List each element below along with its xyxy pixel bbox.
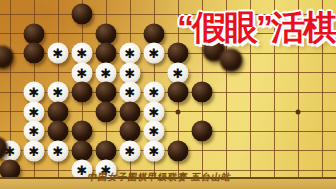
black-stone-H5[interactable] — [168, 82, 189, 103]
star-mark-icon: ✱ — [149, 47, 160, 60]
white-stone-D4[interactable]: ✱ — [72, 62, 93, 83]
white-stone-C5[interactable]: ✱ — [48, 82, 69, 103]
star-mark-icon: ✱ — [125, 86, 136, 99]
white-stone-C8[interactable]: ✱ — [48, 140, 69, 161]
black-stone-E6[interactable] — [96, 101, 117, 122]
star-mark-icon: ✱ — [149, 145, 160, 158]
white-stone-B5[interactable]: ✱ — [24, 82, 45, 103]
black-stone-I5[interactable] — [192, 82, 213, 103]
white-stone-F4[interactable]: ✱ — [120, 62, 141, 83]
black-stone-F7[interactable] — [120, 121, 141, 142]
video-title: “假眼”活棋 — [177, 5, 335, 51]
black-stone-I7[interactable] — [192, 121, 213, 142]
star-mark-icon: ✱ — [29, 106, 40, 119]
black-stone-F6[interactable] — [120, 101, 141, 122]
go-board-photo: ✱✱✱✱✱✱✱✱✱✱✱✱✱✱✱✱✱✱✱✱✱✱✱ 中国女子围棋甲级联赛 五台山站 … — [0, 0, 336, 189]
star-mark-icon: ✱ — [77, 164, 88, 177]
star-mark-icon: ✱ — [77, 67, 88, 80]
white-stone-B8[interactable]: ✱ — [24, 140, 45, 161]
black-stone-C7[interactable] — [48, 121, 69, 142]
black-stone-D1[interactable] — [72, 4, 93, 25]
white-stone-F5[interactable]: ✱ — [120, 82, 141, 103]
white-stone-G3[interactable]: ✱ — [144, 43, 165, 64]
star-mark-icon: ✱ — [29, 145, 40, 158]
black-stone-H8[interactable] — [168, 140, 189, 161]
star-mark-icon: ✱ — [125, 67, 136, 80]
black-stone-D8[interactable] — [72, 140, 93, 161]
background-photo-stone — [220, 49, 243, 72]
white-stone-G8[interactable]: ✱ — [144, 140, 165, 161]
black-stone-B3[interactable] — [24, 43, 45, 64]
white-stone-G5[interactable]: ✱ — [144, 82, 165, 103]
black-stone-D5[interactable] — [72, 82, 93, 103]
black-stone-G2[interactable] — [144, 23, 165, 44]
white-stone-H4[interactable]: ✱ — [168, 62, 189, 83]
white-stone-F8[interactable]: ✱ — [120, 140, 141, 161]
star-mark-icon: ✱ — [125, 145, 136, 158]
black-stone-E2[interactable] — [96, 23, 117, 44]
star-mark-icon: ✱ — [149, 106, 160, 119]
star-mark-icon: ✱ — [101, 67, 112, 80]
black-stone-E5[interactable] — [96, 82, 117, 103]
white-stone-G7[interactable]: ✱ — [144, 121, 165, 142]
star-mark-icon: ✱ — [53, 145, 64, 158]
star-mark-icon: ✱ — [77, 47, 88, 60]
board-edge-caption: 中国女子围棋甲级联赛 五台山站 — [87, 171, 269, 184]
star-mark-icon: ✱ — [29, 125, 40, 138]
star-mark-icon: ✱ — [149, 125, 160, 138]
star-mark-icon: ✱ — [53, 86, 64, 99]
white-stone-C3[interactable]: ✱ — [48, 43, 69, 64]
white-stone-G6[interactable]: ✱ — [144, 101, 165, 122]
star-point — [296, 109, 301, 114]
star-mark-icon: ✱ — [53, 47, 64, 60]
white-stone-E4[interactable]: ✱ — [96, 62, 117, 83]
white-stone-B6[interactable]: ✱ — [24, 101, 45, 122]
star-mark-icon: ✱ — [125, 47, 136, 60]
background-photo-stone — [0, 46, 14, 69]
black-stone-B2[interactable] — [24, 23, 45, 44]
star-point — [176, 109, 181, 114]
black-stone-D7[interactable] — [72, 121, 93, 142]
star-mark-icon: ✱ — [149, 86, 160, 99]
star-mark-icon: ✱ — [173, 67, 184, 80]
black-stone-C6[interactable] — [48, 101, 69, 122]
white-stone-B7[interactable]: ✱ — [24, 121, 45, 142]
white-stone-D3[interactable]: ✱ — [72, 43, 93, 64]
black-stone-E3[interactable] — [96, 43, 117, 64]
black-stone-E8[interactable] — [96, 140, 117, 161]
white-stone-F3[interactable]: ✱ — [120, 43, 141, 64]
star-mark-icon: ✱ — [29, 86, 40, 99]
